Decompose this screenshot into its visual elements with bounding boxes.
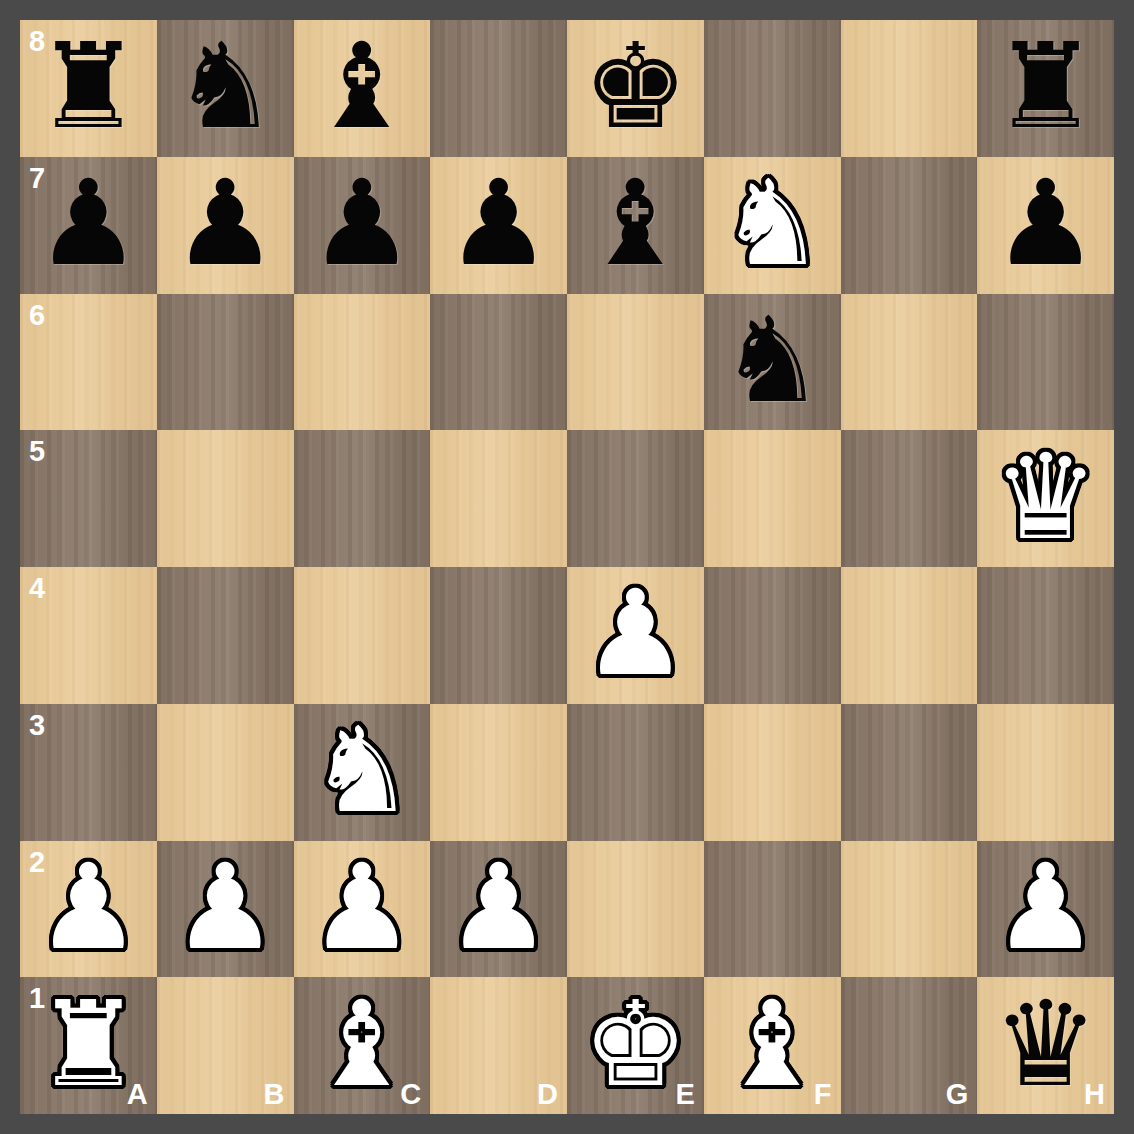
black-bishop[interactable]: ♝	[582, 164, 688, 282]
square-d7[interactable]: ♟	[430, 157, 567, 294]
rank-label-5: 5	[29, 437, 45, 466]
square-b8[interactable]: ♞	[157, 20, 294, 157]
square-e5[interactable]	[567, 430, 704, 567]
file-label-d: D	[537, 1080, 558, 1109]
white-rook[interactable]: ♜	[35, 985, 141, 1103]
square-c1[interactable]: C♝	[294, 977, 431, 1114]
square-d2[interactable]: ♟	[430, 841, 567, 978]
square-b3[interactable]	[157, 704, 294, 841]
square-f1[interactable]: F♝	[704, 977, 841, 1114]
black-pawn[interactable]: ♟	[172, 164, 278, 282]
chess-board: 8♜♞♝♚♜7♟♟♟♟♝♞♟6♞5♛4♟3♞2♟♟♟♟♟1A♜BC♝DE♚F♝G…	[20, 20, 1114, 1114]
black-pawn[interactable]: ♟	[309, 164, 415, 282]
square-a2[interactable]: 2♟	[20, 841, 157, 978]
square-b1[interactable]: B	[157, 977, 294, 1114]
square-g4[interactable]	[841, 567, 978, 704]
white-pawn[interactable]: ♟	[446, 848, 552, 966]
square-d8[interactable]	[430, 20, 567, 157]
rank-label-4: 4	[29, 574, 45, 603]
square-h6[interactable]	[977, 294, 1114, 431]
square-g5[interactable]	[841, 430, 978, 567]
white-pawn[interactable]: ♟	[309, 848, 415, 966]
black-bishop[interactable]: ♝	[309, 27, 415, 145]
square-a1[interactable]: 1A♜	[20, 977, 157, 1114]
white-pawn[interactable]: ♟	[35, 848, 141, 966]
square-d5[interactable]	[430, 430, 567, 567]
black-pawn[interactable]: ♟	[446, 164, 552, 282]
square-g2[interactable]	[841, 841, 978, 978]
square-g8[interactable]	[841, 20, 978, 157]
square-h4[interactable]	[977, 567, 1114, 704]
black-knight[interactable]: ♞	[719, 301, 825, 419]
black-pawn[interactable]: ♟	[35, 164, 141, 282]
square-c5[interactable]	[294, 430, 431, 567]
square-a8[interactable]: 8♜	[20, 20, 157, 157]
square-e3[interactable]	[567, 704, 704, 841]
square-g6[interactable]	[841, 294, 978, 431]
square-f3[interactable]	[704, 704, 841, 841]
white-bishop[interactable]: ♝	[309, 985, 415, 1103]
square-h8[interactable]: ♜	[977, 20, 1114, 157]
square-b4[interactable]	[157, 567, 294, 704]
square-f7[interactable]: ♞	[704, 157, 841, 294]
square-f6[interactable]: ♞	[704, 294, 841, 431]
square-d4[interactable]	[430, 567, 567, 704]
square-f8[interactable]	[704, 20, 841, 157]
white-pawn[interactable]: ♟	[582, 574, 688, 692]
square-h1[interactable]: H♛	[977, 977, 1114, 1114]
file-label-b: B	[264, 1080, 285, 1109]
black-knight[interactable]: ♞	[172, 27, 278, 145]
square-d1[interactable]: D	[430, 977, 567, 1114]
white-queen[interactable]: ♛	[993, 438, 1099, 556]
white-king[interactable]: ♚	[582, 985, 688, 1103]
square-b6[interactable]	[157, 294, 294, 431]
square-c7[interactable]: ♟	[294, 157, 431, 294]
square-e4[interactable]: ♟	[567, 567, 704, 704]
square-a7[interactable]: 7♟	[20, 157, 157, 294]
square-f5[interactable]	[704, 430, 841, 567]
black-queen[interactable]: ♛	[993, 985, 1099, 1103]
white-knight[interactable]: ♞	[719, 164, 825, 282]
square-h2[interactable]: ♟	[977, 841, 1114, 978]
square-a5[interactable]: 5	[20, 430, 157, 567]
square-e7[interactable]: ♝	[567, 157, 704, 294]
rank-label-6: 6	[29, 301, 45, 330]
square-d3[interactable]	[430, 704, 567, 841]
square-a6[interactable]: 6	[20, 294, 157, 431]
square-c4[interactable]	[294, 567, 431, 704]
square-e1[interactable]: E♚	[567, 977, 704, 1114]
app-background: { "game": "chess", "board_style": "wood"…	[0, 0, 1134, 1134]
square-e8[interactable]: ♚	[567, 20, 704, 157]
square-h3[interactable]	[977, 704, 1114, 841]
white-pawn[interactable]: ♟	[993, 848, 1099, 966]
white-pawn[interactable]: ♟	[172, 848, 278, 966]
black-rook[interactable]: ♜	[993, 27, 1099, 145]
square-g7[interactable]	[841, 157, 978, 294]
square-f4[interactable]	[704, 567, 841, 704]
square-c6[interactable]	[294, 294, 431, 431]
square-g3[interactable]	[841, 704, 978, 841]
square-c8[interactable]: ♝	[294, 20, 431, 157]
square-a4[interactable]: 4	[20, 567, 157, 704]
square-b2[interactable]: ♟	[157, 841, 294, 978]
black-rook[interactable]: ♜	[35, 27, 141, 145]
square-f2[interactable]	[704, 841, 841, 978]
square-a3[interactable]: 3	[20, 704, 157, 841]
square-b5[interactable]	[157, 430, 294, 567]
square-d6[interactable]	[430, 294, 567, 431]
square-e2[interactable]	[567, 841, 704, 978]
white-knight[interactable]: ♞	[309, 711, 415, 829]
square-b7[interactable]: ♟	[157, 157, 294, 294]
file-label-g: G	[946, 1080, 969, 1109]
square-h7[interactable]: ♟	[977, 157, 1114, 294]
white-bishop[interactable]: ♝	[719, 985, 825, 1103]
square-c2[interactable]: ♟	[294, 841, 431, 978]
square-e6[interactable]	[567, 294, 704, 431]
square-h5[interactable]: ♛	[977, 430, 1114, 567]
rank-label-3: 3	[29, 711, 45, 740]
square-c3[interactable]: ♞	[294, 704, 431, 841]
black-pawn[interactable]: ♟	[993, 164, 1099, 282]
black-king[interactable]: ♚	[582, 27, 688, 145]
square-g1[interactable]: G	[841, 977, 978, 1114]
